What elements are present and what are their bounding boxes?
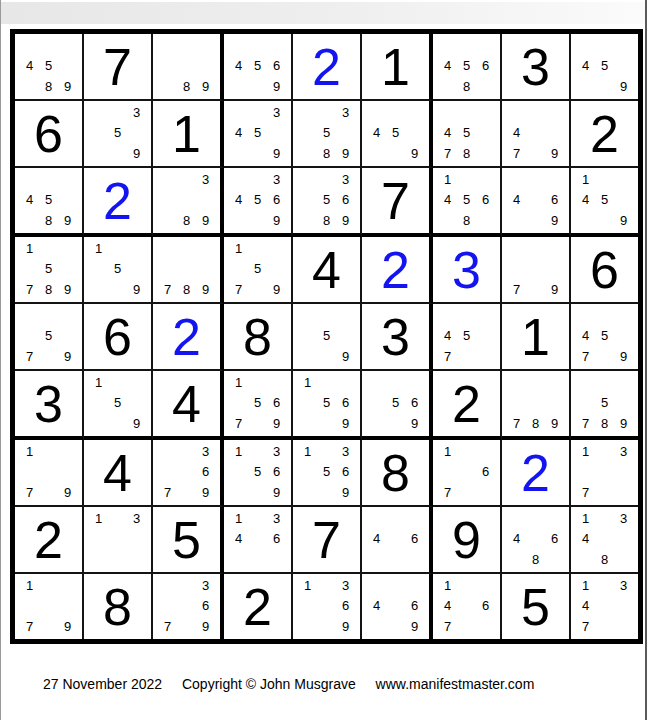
sudoku-cell[interactable]: 5 <box>153 507 224 574</box>
sudoku-cell[interactable]: 2 <box>571 101 638 168</box>
candidate-grid: 35689 <box>298 169 355 231</box>
given-digit: 1 <box>381 41 410 93</box>
candidate-mark: 9 <box>127 143 146 164</box>
candidate-mark: 4 <box>438 596 457 617</box>
candidate-mark: 5 <box>248 56 267 77</box>
window-right-border <box>645 0 647 720</box>
entered-digit: 2 <box>381 244 410 296</box>
given-digit: 7 <box>312 514 341 566</box>
candidate-mark: 5 <box>108 259 127 280</box>
candidate-mark: 4 <box>367 529 386 550</box>
sudoku-cell[interactable]: 1569 <box>293 371 362 440</box>
candidate-mark: 5 <box>386 123 405 144</box>
sudoku-cell[interactable]: 7 <box>362 168 433 237</box>
candidate-mark: 4 <box>367 123 386 144</box>
candidate-mark: 9 <box>336 482 355 503</box>
sudoku-cell[interactable]: 13569 <box>293 440 362 507</box>
candidate-mark: 3 <box>614 441 633 462</box>
candidate-mark: 7 <box>20 279 39 300</box>
candidate-mark: 9 <box>545 143 564 164</box>
candidate-mark: 9 <box>267 76 286 97</box>
candidate-grid: 159 <box>89 372 146 434</box>
candidate-grid: 789 <box>158 238 215 300</box>
sudoku-cell[interactable]: 13 <box>84 507 153 574</box>
candidate-grid: 3679 <box>158 575 215 637</box>
candidate-mark: 5 <box>108 393 127 414</box>
candidate-mark: 4 <box>229 529 248 550</box>
candidate-mark: 7 <box>158 279 177 300</box>
candidate-grid: 468 <box>507 508 564 570</box>
candidate-mark: 9 <box>336 210 355 231</box>
candidate-grid: 479 <box>507 102 564 164</box>
candidate-grid: 469 <box>367 575 424 637</box>
sudoku-cell[interactable]: 1579 <box>224 237 293 304</box>
candidate-grid: 4579 <box>576 305 633 367</box>
entered-digit: 2 <box>172 311 201 363</box>
candidate-grid: 1346 <box>229 508 286 570</box>
given-digit: 5 <box>172 514 201 566</box>
given-digit: 8 <box>103 581 132 633</box>
candidate-mark: 1 <box>298 372 317 393</box>
candidate-mark: 3 <box>267 169 286 190</box>
candidate-grid: 3679 <box>158 441 215 503</box>
sudoku-cell[interactable]: 15789 <box>15 237 84 304</box>
candidate-mark: 9 <box>405 616 424 637</box>
sudoku-cell[interactable]: 1347 <box>571 574 638 639</box>
candidate-mark: 1 <box>229 441 248 462</box>
candidate-grid: 1348 <box>576 508 633 570</box>
candidate-grid: 1569 <box>298 372 355 434</box>
sudoku-cell[interactable]: 569 <box>362 371 433 440</box>
candidate-grid: 89 <box>158 35 215 97</box>
title-bar <box>1 2 645 24</box>
sudoku-cell[interactable]: 9 <box>433 507 502 574</box>
candidate-mark: 8 <box>39 76 58 97</box>
sudoku-cell[interactable]: 459 <box>362 101 433 168</box>
candidate-grid: 4568 <box>438 35 495 97</box>
candidate-grid: 159 <box>89 238 146 300</box>
candidate-mark: 8 <box>457 210 476 231</box>
given-digit: 7 <box>103 41 132 93</box>
candidate-mark: 4 <box>229 123 248 144</box>
candidate-mark: 1 <box>438 441 457 462</box>
sudoku-cell[interactable]: 6 <box>84 304 153 371</box>
sudoku-cell[interactable]: 7 <box>84 34 153 101</box>
given-digit: 2 <box>243 581 272 633</box>
candidate-grid: 4589 <box>20 169 77 231</box>
candidate-grid: 13 <box>89 508 146 570</box>
sudoku-cell[interactable]: 8 <box>84 574 153 639</box>
given-digit: 4 <box>312 244 341 296</box>
sudoku-cell[interactable]: 457 <box>433 304 502 371</box>
candidate-grid: 1579 <box>229 238 286 300</box>
sudoku-cell[interactable]: 7 <box>293 507 362 574</box>
sudoku-cell[interactable]: 459 <box>571 34 638 101</box>
candidate-mark: 3 <box>336 441 355 462</box>
candidate-grid: 5789 <box>576 372 633 434</box>
candidate-mark: 7 <box>576 616 595 637</box>
sudoku-cell[interactable]: 46 <box>362 507 433 574</box>
candidate-mark: 9 <box>58 482 77 503</box>
given-digit: 2 <box>452 378 481 430</box>
given-digit: 3 <box>521 41 550 93</box>
sudoku-cell[interactable]: 3679 <box>153 574 224 639</box>
candidate-mark: 4 <box>367 596 386 617</box>
sudoku-cell[interactable]: 8 <box>224 304 293 371</box>
candidate-mark: 1 <box>89 238 108 259</box>
candidate-grid: 4578 <box>438 102 495 164</box>
given-digit: 2 <box>34 514 63 566</box>
candidate-mark: 4 <box>229 190 248 211</box>
sudoku-cell[interactable]: 468 <box>502 507 571 574</box>
candidate-mark: 8 <box>177 210 196 231</box>
sudoku-cell[interactable]: 2 <box>502 440 571 507</box>
candidate-grid: 1467 <box>438 575 495 637</box>
sudoku-cell[interactable]: 389 <box>153 168 224 237</box>
sudoku-cell[interactable]: 4569 <box>224 34 293 101</box>
candidate-mark: 5 <box>248 190 267 211</box>
candidate-mark: 1 <box>89 372 108 393</box>
candidate-mark: 4 <box>438 326 457 347</box>
candidate-mark: 3 <box>267 102 286 123</box>
candidate-mark: 4 <box>20 190 39 211</box>
candidate-mark: 5 <box>39 326 58 347</box>
candidate-mark: 7 <box>438 616 457 637</box>
candidate-mark: 7 <box>576 482 595 503</box>
candidate-mark: 5 <box>595 190 614 211</box>
sudoku-cell[interactable]: 469 <box>362 574 433 639</box>
candidate-mark: 8 <box>177 279 196 300</box>
candidate-mark: 5 <box>595 56 614 77</box>
sudoku-cell[interactable]: 4 <box>84 440 153 507</box>
candidate-mark: 4 <box>438 190 457 211</box>
sudoku-cell[interactable]: 2 <box>224 574 293 639</box>
candidate-mark: 9 <box>267 413 286 434</box>
candidate-mark: 5 <box>317 462 336 483</box>
candidate-mark: 6 <box>267 190 286 211</box>
candidate-mark: 5 <box>317 326 336 347</box>
candidate-mark: 6 <box>405 393 424 414</box>
candidate-mark: 4 <box>20 56 39 77</box>
sudoku-cell[interactable]: 159 <box>84 371 153 440</box>
sudoku-cell[interactable]: 1346 <box>224 507 293 574</box>
candidate-mark: 4 <box>576 56 595 77</box>
sudoku-cell[interactable]: 4 <box>293 237 362 304</box>
candidate-grid: 569 <box>367 372 424 434</box>
sudoku-cell[interactable]: 789 <box>153 237 224 304</box>
candidate-mark: 5 <box>457 56 476 77</box>
candidate-mark: 1 <box>298 441 317 462</box>
candidate-mark: 1 <box>576 575 595 596</box>
candidate-mark: 8 <box>177 76 196 97</box>
sudoku-cell[interactable]: 4 <box>153 371 224 440</box>
candidate-mark: 3 <box>336 575 355 596</box>
sudoku-cell[interactable]: 469 <box>502 168 571 237</box>
candidate-mark: 5 <box>248 123 267 144</box>
candidate-mark: 6 <box>196 462 215 483</box>
candidate-grid: 15789 <box>20 238 77 300</box>
candidate-mark: 6 <box>545 529 564 550</box>
candidate-mark: 4 <box>576 190 595 211</box>
sudoku-cell[interactable]: 2 <box>153 304 224 371</box>
sudoku-cell[interactable]: 167 <box>433 440 502 507</box>
sudoku-cell[interactable]: 3 <box>362 304 433 371</box>
candidate-mark: 6 <box>476 462 495 483</box>
candidate-mark: 7 <box>229 413 248 434</box>
sudoku-cell[interactable]: 4578 <box>433 101 502 168</box>
candidate-mark: 9 <box>405 143 424 164</box>
candidate-grid: 469 <box>507 169 564 231</box>
candidate-mark: 5 <box>317 393 336 414</box>
candidate-mark: 4 <box>507 123 526 144</box>
candidate-mark: 6 <box>336 190 355 211</box>
candidate-grid: 14568 <box>438 169 495 231</box>
sudoku-cell[interactable]: 6 <box>15 101 84 168</box>
candidate-mark: 7 <box>576 413 595 434</box>
candidate-grid: 13569 <box>229 441 286 503</box>
candidate-mark: 8 <box>317 210 336 231</box>
candidate-grid: 3459 <box>229 102 286 164</box>
candidate-grid: 46 <box>367 508 424 570</box>
sudoku-cell[interactable]: 13569 <box>224 440 293 507</box>
candidate-mark: 9 <box>196 279 215 300</box>
sudoku-cell[interactable]: 1 <box>502 304 571 371</box>
candidate-mark: 7 <box>20 346 39 367</box>
given-digit: 7 <box>381 175 410 227</box>
candidate-grid: 1369 <box>298 575 355 637</box>
given-digit: 3 <box>381 311 410 363</box>
candidate-grid: 389 <box>158 169 215 231</box>
candidate-mark: 4 <box>507 529 526 550</box>
candidate-mark: 3 <box>336 102 355 123</box>
candidate-mark: 6 <box>476 190 495 211</box>
candidate-grid: 4589 <box>20 35 77 97</box>
candidate-mark: 1 <box>576 441 595 462</box>
sudoku-cell[interactable]: 3 <box>15 371 84 440</box>
given-digit: 5 <box>521 581 550 633</box>
footer-copyright: Copyright © John Musgrave <box>182 676 356 692</box>
candidate-mark: 5 <box>248 462 267 483</box>
sudoku-cell[interactable]: 15679 <box>224 371 293 440</box>
candidate-mark: 9 <box>196 76 215 97</box>
sudoku-cell[interactable]: 137 <box>571 440 638 507</box>
sudoku-cell[interactable]: 2 <box>433 371 502 440</box>
candidate-grid: 13569 <box>298 441 355 503</box>
sudoku-cell[interactable]: 3 <box>502 34 571 101</box>
candidate-mark: 7 <box>438 143 457 164</box>
candidate-mark: 4 <box>438 56 457 77</box>
given-digit: 2 <box>590 108 619 160</box>
sudoku-cell[interactable]: 2 <box>293 34 362 101</box>
candidate-mark: 1 <box>20 575 39 596</box>
candidate-mark: 4 <box>507 190 526 211</box>
candidate-mark: 6 <box>267 529 286 550</box>
candidate-mark: 6 <box>267 56 286 77</box>
sudoku-cell[interactable]: 2 <box>362 237 433 304</box>
candidate-grid: 167 <box>438 441 495 503</box>
candidate-mark: 9 <box>267 143 286 164</box>
given-digit: 1 <box>172 108 201 160</box>
candidate-mark: 3 <box>267 508 286 529</box>
sudoku-cell[interactable]: 14568 <box>433 168 502 237</box>
candidate-grid: 1347 <box>576 575 633 637</box>
sudoku-cell[interactable]: 789 <box>502 371 571 440</box>
given-digit: 8 <box>243 311 272 363</box>
candidate-mark: 1 <box>576 508 595 529</box>
candidate-mark: 9 <box>196 482 215 503</box>
given-digit: 1 <box>521 311 550 363</box>
candidate-mark: 6 <box>267 393 286 414</box>
sudoku-cell[interactable]: 89 <box>153 34 224 101</box>
candidate-mark: 8 <box>39 279 58 300</box>
candidate-mark: 9 <box>614 210 633 231</box>
sudoku-cell[interactable]: 179 <box>15 440 84 507</box>
candidate-mark: 3 <box>127 102 146 123</box>
candidate-mark: 1 <box>438 169 457 190</box>
candidate-mark: 9 <box>127 413 146 434</box>
entered-digit: 2 <box>103 175 132 227</box>
candidate-mark: 5 <box>248 259 267 280</box>
candidate-mark: 8 <box>457 76 476 97</box>
sudoku-cell[interactable]: 34569 <box>224 168 293 237</box>
sudoku-cell[interactable]: 479 <box>502 101 571 168</box>
candidate-mark: 8 <box>457 143 476 164</box>
sudoku-cell[interactable]: 3589 <box>293 101 362 168</box>
candidate-mark: 9 <box>336 616 355 637</box>
candidate-mark: 9 <box>336 346 355 367</box>
candidate-mark: 7 <box>507 413 526 434</box>
candidate-grid: 789 <box>507 372 564 434</box>
candidate-grid: 179 <box>20 441 77 503</box>
sudoku-cell[interactable]: 1 <box>362 34 433 101</box>
sudoku-cell[interactable]: 3459 <box>224 101 293 168</box>
sudoku-cell[interactable]: 1467 <box>433 574 502 639</box>
candidate-mark: 5 <box>317 123 336 144</box>
candidate-mark: 9 <box>405 413 424 434</box>
sudoku-cell[interactable]: 2 <box>84 168 153 237</box>
sudoku-cell[interactable]: 179 <box>15 574 84 639</box>
sudoku-cell[interactable]: 1 <box>153 101 224 168</box>
footer-website: www.manifestmaster.com <box>376 676 535 692</box>
entered-digit: 2 <box>521 447 550 499</box>
candidate-mark: 6 <box>267 462 286 483</box>
sudoku-cell[interactable]: 4589 <box>15 34 84 101</box>
candidate-grid: 79 <box>507 238 564 300</box>
sudoku-cell[interactable]: 4589 <box>15 168 84 237</box>
candidate-mark: 9 <box>58 76 77 97</box>
candidate-mark: 9 <box>267 279 286 300</box>
given-digit: 6 <box>34 108 63 160</box>
candidate-mark: 5 <box>595 393 614 414</box>
candidate-mark: 9 <box>58 616 77 637</box>
candidate-mark: 6 <box>545 190 564 211</box>
candidate-mark: 6 <box>405 596 424 617</box>
candidate-grid: 34569 <box>229 169 286 231</box>
entered-digit: 2 <box>312 41 341 93</box>
candidate-mark: 5 <box>39 190 58 211</box>
candidate-mark: 9 <box>614 413 633 434</box>
candidate-mark: 9 <box>614 346 633 367</box>
candidate-mark: 9 <box>196 616 215 637</box>
candidate-mark: 8 <box>595 413 614 434</box>
candidate-mark: 5 <box>386 393 405 414</box>
candidate-mark: 6 <box>196 596 215 617</box>
candidate-mark: 5 <box>108 123 127 144</box>
candidate-mark: 6 <box>405 529 424 550</box>
candidate-mark: 9 <box>127 279 146 300</box>
candidate-mark: 9 <box>336 143 355 164</box>
sudoku-cell[interactable]: 3679 <box>153 440 224 507</box>
candidate-mark: 1 <box>20 238 39 259</box>
sudoku-cell[interactable]: 59 <box>293 304 362 371</box>
window-left-border <box>0 0 1 720</box>
candidate-mark: 1 <box>229 372 248 393</box>
given-digit: 3 <box>34 378 63 430</box>
candidate-mark: 4 <box>438 123 457 144</box>
candidate-mark: 8 <box>595 549 614 570</box>
candidate-mark: 6 <box>336 393 355 414</box>
candidate-mark: 8 <box>526 549 545 570</box>
sudoku-cell[interactable]: 4579 <box>571 304 638 371</box>
given-digit: 4 <box>103 447 132 499</box>
sudoku-cell[interactable]: 3 <box>433 237 502 304</box>
candidate-mark: 5 <box>248 393 267 414</box>
sudoku-cell[interactable]: 4568 <box>433 34 502 101</box>
candidate-mark: 5 <box>39 56 58 77</box>
sudoku-cell[interactable]: 359 <box>84 101 153 168</box>
sudoku-cell[interactable]: 79 <box>502 237 571 304</box>
candidate-mark: 1 <box>298 575 317 596</box>
candidate-mark: 1 <box>229 508 248 529</box>
candidate-mark: 4 <box>576 326 595 347</box>
sudoku-cell[interactable]: 159 <box>84 237 153 304</box>
candidate-mark: 1 <box>20 441 39 462</box>
candidate-mark: 7 <box>507 143 526 164</box>
candidate-mark: 9 <box>614 76 633 97</box>
candidate-mark: 8 <box>39 210 58 231</box>
sudoku-board: 4589789456921456834596359134593589459457… <box>10 29 643 644</box>
candidate-mark: 7 <box>576 346 595 367</box>
sudoku-cell[interactable]: 6 <box>571 237 638 304</box>
sudoku-cell[interactable]: 579 <box>15 304 84 371</box>
candidate-mark: 1 <box>576 169 595 190</box>
sudoku-cell[interactable]: 1348 <box>571 507 638 574</box>
sudoku-cell[interactable]: 2 <box>15 507 84 574</box>
candidate-mark: 1 <box>229 238 248 259</box>
candidate-mark: 1 <box>438 575 457 596</box>
candidate-grid: 4569 <box>229 35 286 97</box>
candidate-mark: 1 <box>89 508 108 529</box>
candidate-mark: 9 <box>267 210 286 231</box>
candidate-grid: 459 <box>576 35 633 97</box>
candidate-mark: 6 <box>336 596 355 617</box>
candidate-mark: 9 <box>196 210 215 231</box>
candidate-grid: 15679 <box>229 372 286 434</box>
sudoku-cell[interactable]: 35689 <box>293 168 362 237</box>
sudoku-cell[interactable]: 5 <box>502 574 571 639</box>
given-digit: 8 <box>381 447 410 499</box>
candidate-mark: 5 <box>457 326 476 347</box>
candidate-mark: 5 <box>457 123 476 144</box>
sudoku-cell[interactable]: 1369 <box>293 574 362 639</box>
candidate-mark: 4 <box>576 596 595 617</box>
sudoku-cell[interactable]: 1459 <box>571 168 638 237</box>
sudoku-cell[interactable]: 8 <box>362 440 433 507</box>
sudoku-cell[interactable]: 5789 <box>571 371 638 440</box>
candidate-mark: 7 <box>158 616 177 637</box>
candidate-mark: 5 <box>595 326 614 347</box>
candidate-mark: 5 <box>457 190 476 211</box>
